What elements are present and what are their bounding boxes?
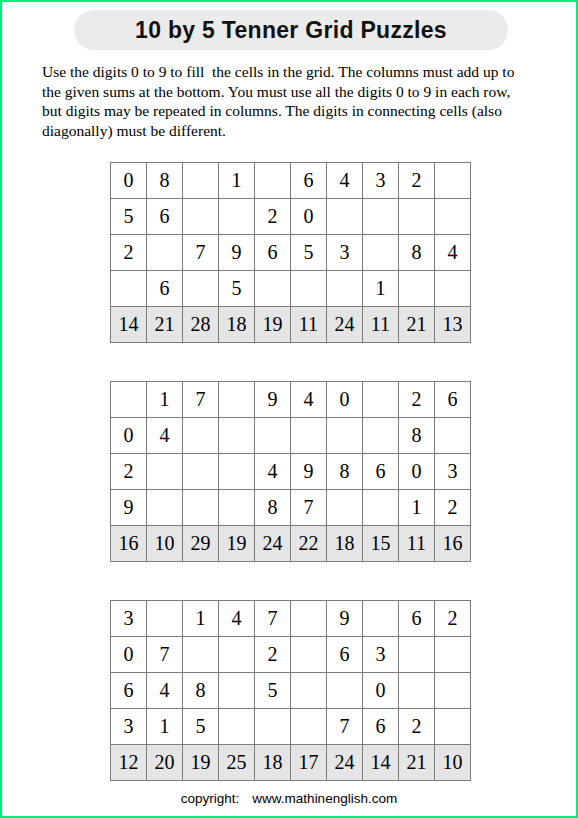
- puzzle-grid-3: 3147962072636485031576212201925181724142…: [110, 600, 471, 781]
- column-sum-cell: 24: [327, 745, 362, 780]
- given-digit-cell: 8: [183, 673, 218, 708]
- empty-cell: [327, 271, 362, 306]
- given-digit-cell: 4: [219, 601, 254, 636]
- given-digit-cell: 0: [111, 418, 146, 453]
- column-sum-cell: 28: [183, 307, 218, 342]
- column-sum-cell: 16: [435, 526, 470, 561]
- given-digit-cell: 1: [363, 271, 398, 306]
- given-digit-cell: 5: [183, 709, 218, 744]
- empty-cell: [363, 601, 398, 636]
- given-digit-cell: 2: [435, 601, 470, 636]
- empty-cell: [111, 382, 146, 417]
- given-digit-cell: 0: [327, 382, 362, 417]
- empty-cell: [435, 637, 470, 672]
- given-digit-cell: 6: [399, 601, 434, 636]
- copyright-label: copyright:: [181, 791, 240, 806]
- given-digit-cell: 9: [327, 601, 362, 636]
- empty-cell: [219, 418, 254, 453]
- given-digit-cell: 2: [399, 709, 434, 744]
- empty-cell: [327, 490, 362, 525]
- empty-cell: [435, 418, 470, 453]
- given-digit-cell: 9: [291, 454, 326, 489]
- given-digit-cell: 1: [219, 163, 254, 198]
- empty-cell: [111, 271, 146, 306]
- given-digit-cell: 6: [147, 271, 182, 306]
- empty-cell: [363, 199, 398, 234]
- empty-cell: [435, 673, 470, 708]
- empty-cell: [435, 163, 470, 198]
- column-sum-cell: 19: [183, 745, 218, 780]
- empty-cell: [291, 637, 326, 672]
- page-title: 10 by 5 Tenner Grid Puzzles: [135, 17, 447, 44]
- given-digit-cell: 3: [363, 637, 398, 672]
- instructions-line-2: the given sums at the bottom. You must u…: [42, 82, 514, 102]
- column-sum-cell: 13: [435, 307, 470, 342]
- empty-cell: [363, 382, 398, 417]
- empty-cell: [255, 163, 290, 198]
- column-sum-cell: 18: [219, 307, 254, 342]
- empty-cell: [219, 709, 254, 744]
- column-sum-cell: 14: [111, 307, 146, 342]
- instructions-line-1: Use the digits 0 to 9 to fill the cells …: [42, 62, 514, 82]
- given-digit-cell: 3: [363, 163, 398, 198]
- title-banner: 10 by 5 Tenner Grid Puzzles: [74, 10, 508, 50]
- empty-cell: [183, 199, 218, 234]
- given-digit-cell: 4: [255, 454, 290, 489]
- empty-cell: [219, 490, 254, 525]
- given-digit-cell: 2: [111, 454, 146, 489]
- given-digit-cell: 0: [111, 637, 146, 672]
- column-sum-cell: 29: [183, 526, 218, 561]
- empty-cell: [219, 637, 254, 672]
- given-digit-cell: 9: [111, 490, 146, 525]
- given-digit-cell: 6: [327, 637, 362, 672]
- empty-cell: [291, 673, 326, 708]
- given-digit-cell: 4: [147, 418, 182, 453]
- empty-cell: [183, 454, 218, 489]
- given-digit-cell: 3: [111, 709, 146, 744]
- column-sum-cell: 21: [399, 745, 434, 780]
- puzzle-grid-2: 1794026048249860398712161029192422181511…: [110, 381, 471, 562]
- given-digit-cell: 8: [255, 490, 290, 525]
- empty-cell: [327, 418, 362, 453]
- given-digit-cell: 3: [327, 235, 362, 270]
- column-sum-cell: 21: [147, 307, 182, 342]
- given-digit-cell: 1: [147, 709, 182, 744]
- given-digit-cell: 7: [327, 709, 362, 744]
- column-sum-cell: 11: [363, 307, 398, 342]
- given-digit-cell: 8: [399, 235, 434, 270]
- given-digit-cell: 4: [327, 163, 362, 198]
- column-sum-cell: 10: [147, 526, 182, 561]
- empty-cell: [363, 490, 398, 525]
- empty-cell: [291, 601, 326, 636]
- empty-cell: [435, 199, 470, 234]
- empty-cell: [183, 490, 218, 525]
- given-digit-cell: 2: [255, 199, 290, 234]
- given-digit-cell: 0: [111, 163, 146, 198]
- given-digit-cell: 6: [363, 709, 398, 744]
- given-digit-cell: 6: [435, 382, 470, 417]
- given-digit-cell: 7: [255, 601, 290, 636]
- empty-cell: [399, 673, 434, 708]
- given-digit-cell: 8: [327, 454, 362, 489]
- empty-cell: [255, 271, 290, 306]
- given-digit-cell: 2: [255, 637, 290, 672]
- empty-cell: [435, 709, 470, 744]
- column-sum-cell: 11: [291, 307, 326, 342]
- empty-cell: [327, 673, 362, 708]
- given-digit-cell: 0: [291, 199, 326, 234]
- column-sum-cell: 24: [255, 526, 290, 561]
- given-digit-cell: 5: [219, 271, 254, 306]
- column-sum-cell: 21: [399, 307, 434, 342]
- column-sum-cell: 24: [327, 307, 362, 342]
- empty-cell: [147, 490, 182, 525]
- instructions-line-3: but digits may be repeated in columns. T…: [42, 101, 514, 121]
- given-digit-cell: 1: [147, 382, 182, 417]
- empty-cell: [363, 418, 398, 453]
- given-digit-cell: 8: [147, 163, 182, 198]
- empty-cell: [147, 601, 182, 636]
- column-sum-cell: 20: [147, 745, 182, 780]
- given-digit-cell: 1: [183, 601, 218, 636]
- column-sum-cell: 19: [255, 307, 290, 342]
- given-digit-cell: 6: [291, 163, 326, 198]
- given-digit-cell: 6: [363, 454, 398, 489]
- worksheet-page: 10 by 5 Tenner Grid Puzzles Use the digi…: [0, 0, 578, 818]
- given-digit-cell: 6: [147, 199, 182, 234]
- empty-cell: [219, 382, 254, 417]
- given-digit-cell: 1: [399, 490, 434, 525]
- instructions-line-4: diagonally) must be different.: [42, 121, 514, 141]
- given-digit-cell: 2: [111, 235, 146, 270]
- column-sum-cell: 17: [291, 745, 326, 780]
- column-sum-cell: 25: [219, 745, 254, 780]
- given-digit-cell: 4: [147, 673, 182, 708]
- column-sum-cell: 18: [327, 526, 362, 561]
- given-digit-cell: 8: [399, 418, 434, 453]
- column-sum-cell: 22: [291, 526, 326, 561]
- given-digit-cell: 6: [255, 235, 290, 270]
- column-sum-cell: 10: [435, 745, 470, 780]
- empty-cell: [147, 235, 182, 270]
- given-digit-cell: 2: [399, 382, 434, 417]
- empty-cell: [255, 418, 290, 453]
- empty-cell: [291, 709, 326, 744]
- column-sum-cell: 19: [219, 526, 254, 561]
- given-digit-cell: 2: [435, 490, 470, 525]
- empty-cell: [291, 418, 326, 453]
- empty-cell: [399, 271, 434, 306]
- given-digit-cell: 7: [291, 490, 326, 525]
- empty-cell: [435, 271, 470, 306]
- given-digit-cell: 2: [399, 163, 434, 198]
- column-sum-cell: 12: [111, 745, 146, 780]
- empty-cell: [399, 637, 434, 672]
- given-digit-cell: 9: [219, 235, 254, 270]
- empty-cell: [219, 673, 254, 708]
- given-digit-cell: 6: [111, 673, 146, 708]
- given-digit-cell: 4: [291, 382, 326, 417]
- puzzle-grid-1: 0816432562027965384651142128181911241121…: [110, 162, 471, 343]
- empty-cell: [399, 199, 434, 234]
- column-sum-cell: 14: [363, 745, 398, 780]
- column-sum-cell: 11: [399, 526, 434, 561]
- given-digit-cell: 5: [291, 235, 326, 270]
- empty-cell: [147, 454, 182, 489]
- empty-cell: [219, 454, 254, 489]
- empty-cell: [219, 199, 254, 234]
- site-url: www.mathinenglish.com: [252, 791, 397, 806]
- column-sum-cell: 16: [111, 526, 146, 561]
- given-digit-cell: 9: [255, 382, 290, 417]
- empty-cell: [183, 637, 218, 672]
- given-digit-cell: 0: [399, 454, 434, 489]
- given-digit-cell: 7: [147, 637, 182, 672]
- given-digit-cell: 0: [363, 673, 398, 708]
- empty-cell: [291, 271, 326, 306]
- column-sum-cell: 18: [255, 745, 290, 780]
- given-digit-cell: 7: [183, 382, 218, 417]
- given-digit-cell: 3: [111, 601, 146, 636]
- empty-cell: [363, 235, 398, 270]
- given-digit-cell: 5: [255, 673, 290, 708]
- empty-cell: [327, 199, 362, 234]
- empty-cell: [183, 163, 218, 198]
- given-digit-cell: 4: [435, 235, 470, 270]
- instructions: Use the digits 0 to 9 to fill the cells …: [42, 62, 514, 140]
- given-digit-cell: 3: [435, 454, 470, 489]
- column-sum-cell: 15: [363, 526, 398, 561]
- footer: copyright: www.mathinenglish.com: [2, 791, 576, 806]
- given-digit-cell: 7: [183, 235, 218, 270]
- empty-cell: [183, 271, 218, 306]
- empty-cell: [255, 709, 290, 744]
- given-digit-cell: 5: [111, 199, 146, 234]
- empty-cell: [183, 418, 218, 453]
